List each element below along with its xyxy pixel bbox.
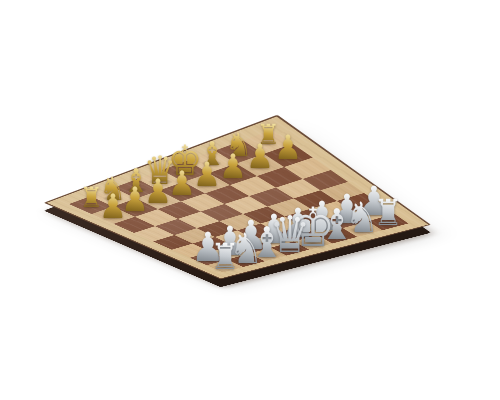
chess-set-product-photo: ♜♞♝♛♚♝♞♜♟♟♟♟♟♟♟♟♟♟♟♟♟♟♟♟♜♞♝♛♚♝♞♜ [0, 0, 500, 400]
chess-board [44, 115, 431, 279]
